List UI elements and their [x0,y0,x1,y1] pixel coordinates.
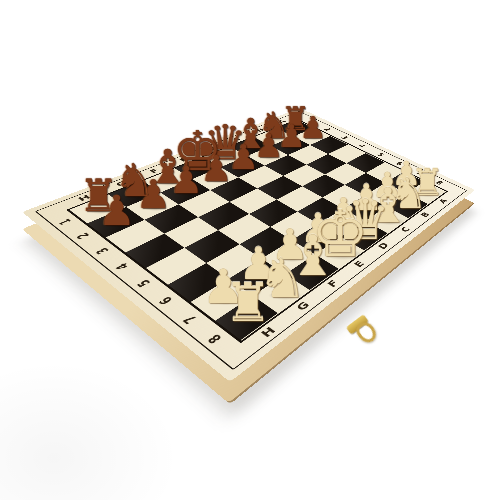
rank-label-sw-3: 3 [93,245,113,256]
rank-label-sw-5: 5 [134,277,154,289]
rank-label-sw-4: 4 [113,261,133,272]
rank-label-sw-7: 7 [180,312,201,326]
file-label-se-B: B [418,211,431,219]
rank-label-sw-1: 1 [56,217,76,226]
rank-label-sw-8: 8 [205,331,226,346]
file-label-se-E: E [352,259,367,269]
photo-stage: HGFEDCBA HGFEDCBA 12345678 12345678 ♜♞♝♛… [0,0,500,500]
file-label-se-F: F [325,278,341,289]
rank-label-sw-2: 2 [74,231,94,241]
file-label-se-C: C [398,225,412,233]
rank-label-sw-6: 6 [156,294,177,307]
file-label-se-D: D [376,241,391,251]
file-label-se-A: A [437,197,449,204]
